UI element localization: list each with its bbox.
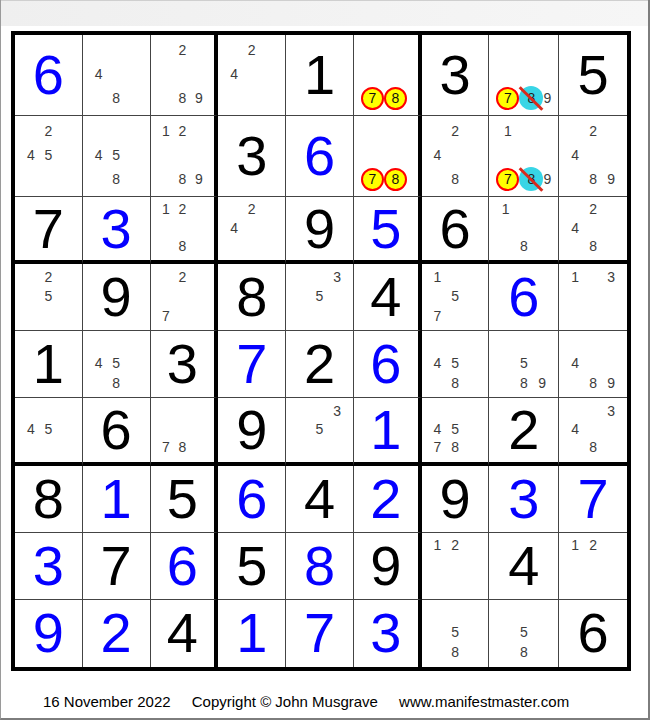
sudoku-grid: 6482892417837895245458128936782481789248… [11, 31, 631, 671]
candidate: 2 [589, 538, 597, 552]
pencil-slot-8 [40, 167, 58, 191]
candidate: 9 [195, 172, 203, 186]
pencil-marks: 458 [422, 331, 489, 397]
pencil-slot-1 [496, 334, 514, 353]
pencil-slot-7 [90, 86, 108, 110]
given-digit: 4 [370, 269, 401, 325]
solved-digit: 6 [370, 336, 401, 392]
cell-r4c8[interactable]: 6 [489, 264, 559, 331]
pencil-slot-4 [158, 287, 175, 306]
pencil-slot-5: 5 [446, 623, 464, 643]
footer: 16 November 2022 Copyright © John Musgra… [43, 693, 648, 710]
pencil-slot-4: 4 [566, 354, 584, 373]
candidate: 8 [520, 239, 528, 253]
pencil-slot-6 [191, 287, 208, 306]
footer-date: 16 November 2022 [43, 693, 171, 710]
pencil-slot-3 [464, 334, 482, 353]
cell-r3c4[interactable]: 24 [218, 197, 286, 264]
pencil-slot-8: 8 [584, 373, 602, 392]
candidate: 4 [95, 67, 103, 81]
pencil-slot-8: 8 [515, 642, 533, 662]
pencil-slot-6 [533, 218, 551, 236]
pencil-slot-4 [429, 623, 447, 643]
cell-r1c2[interactable]: 48 [83, 35, 151, 116]
candidate: 8 [179, 440, 187, 454]
cell-r7c8[interactable]: 3 [489, 466, 559, 533]
pencil-slot-8 [584, 574, 602, 593]
pencil-slot-7 [566, 306, 584, 325]
pencil-slot-9 [602, 574, 620, 593]
candidate: 7 [162, 309, 170, 323]
cell-r3c6[interactable]: 5 [354, 197, 422, 264]
candidate: 3 [333, 270, 341, 284]
pencil-slot-6 [125, 143, 143, 167]
pencil-marks: 45 [15, 398, 82, 461]
pencil-slot-9 [407, 167, 411, 191]
cell-r5c4[interactable]: 7 [218, 331, 286, 398]
cell-r7c3[interactable]: 5 [151, 466, 219, 533]
pencil-slot-8 [40, 438, 58, 456]
pencil-slot-6 [464, 555, 482, 574]
pencil-slot-1 [429, 119, 447, 143]
pencil-marks: 1789 [489, 116, 558, 196]
cell-r6c2[interactable]: 6 [83, 398, 151, 465]
candidate: 5 [316, 422, 324, 436]
pencil-slot-3: 3 [602, 401, 620, 419]
pencil-slot-4 [496, 623, 514, 643]
cell-r5c5[interactable]: 2 [286, 331, 354, 398]
pencil-slot-8: 8 [384, 86, 407, 110]
pencil-slot-5 [515, 218, 533, 236]
cell-r1c7[interactable]: 3 [422, 35, 490, 116]
pencil-slot-9 [261, 237, 279, 255]
pencil-slot-5 [174, 143, 191, 167]
cell-r7c4[interactable]: 6 [218, 466, 286, 533]
pencil-slot-9 [57, 306, 75, 325]
given-digit: 7 [33, 201, 64, 257]
cell-r8c7[interactable]: 12 [422, 533, 490, 600]
cell-r7c1[interactable]: 8 [15, 466, 83, 533]
cell-r7c9[interactable]: 7 [559, 466, 627, 533]
pencil-marks: 35 [286, 398, 353, 461]
candidate: 8 [179, 172, 187, 186]
candidate: 8 [520, 376, 528, 390]
pencil-slot-6 [602, 287, 620, 306]
pencil-slot-1 [361, 38, 384, 62]
pencil-slot-5 [584, 354, 602, 373]
candidate: 7 [162, 440, 170, 454]
pencil-slot-5 [584, 287, 602, 306]
pencil-slot-5 [243, 62, 261, 86]
pencil-slot-5 [174, 62, 191, 86]
cell-r8c2[interactable]: 7 [83, 533, 151, 600]
pencil-slot-1: 1 [566, 267, 584, 286]
candidate: 5 [520, 625, 528, 639]
cell-r9c2[interactable]: 2 [83, 600, 151, 667]
cell-r3c8[interactable]: 18 [489, 197, 559, 264]
candidate: 1 [434, 538, 442, 552]
cell-r6c9[interactable]: 348 [559, 398, 627, 465]
cell-r1c6[interactable]: 78 [354, 35, 422, 116]
given-digit: 1 [304, 47, 335, 103]
pencil-slot-8: 8 [107, 167, 125, 191]
candidate-highlight-circle: 8 [384, 87, 407, 110]
pencil-slot-3 [464, 603, 482, 623]
pencil-slot-1 [225, 200, 243, 218]
pencil-slot-9 [464, 574, 482, 593]
pencil-slot-7 [90, 167, 108, 191]
pencil-slot-4 [361, 62, 384, 86]
pencil-slot-6 [57, 143, 75, 167]
candidate: 9 [543, 91, 551, 105]
cell-r6c8[interactable]: 2 [489, 398, 559, 465]
pencil-marks: 589 [489, 331, 558, 397]
candidate: 2 [44, 124, 52, 138]
cell-r8c1[interactable]: 3 [15, 533, 83, 600]
cell-r3c3[interactable]: 128 [151, 197, 219, 264]
pencil-slot-4 [293, 420, 311, 438]
cell-r3c5[interactable]: 9 [286, 197, 354, 264]
pencil-slot-9 [261, 86, 279, 110]
pencil-slot-3 [533, 334, 551, 353]
pencil-slot-4: 4 [90, 62, 108, 86]
pencil-slot-7: 7 [158, 306, 175, 325]
pencil-slot-6 [407, 62, 411, 86]
given-digit: 6 [439, 201, 470, 257]
pencil-slot-4 [496, 354, 514, 373]
candidate: 2 [179, 43, 187, 57]
candidate: 4 [27, 422, 35, 436]
candidate: 4 [230, 67, 238, 81]
pencil-slot-3 [543, 38, 551, 62]
cell-r9c1[interactable]: 9 [15, 600, 83, 667]
pencil-slot-5: 5 [107, 143, 125, 167]
pencil-slot-9 [328, 438, 346, 456]
cell-r9c7[interactable]: 58 [422, 600, 490, 667]
cell-r4c6[interactable]: 4 [354, 264, 422, 331]
cell-r9c3[interactable]: 4 [151, 600, 219, 667]
pencil-slot-6 [602, 354, 620, 373]
cell-r8c4[interactable]: 5 [218, 533, 286, 600]
pencil-slot-2: 2 [40, 119, 58, 143]
pencil-slot-7 [566, 237, 584, 255]
candidate: 4 [571, 356, 579, 370]
pencil-slot-7 [496, 237, 514, 255]
pencil-slot-9 [602, 438, 620, 456]
pencil-marks: 245 [15, 116, 82, 196]
pencil-slot-4 [361, 143, 384, 167]
candidate: 8 [451, 376, 459, 390]
pencil-slot-8 [311, 438, 329, 456]
candidate: 2 [248, 43, 256, 57]
pencil-slot-3 [464, 119, 482, 143]
candidate: 1 [434, 270, 442, 284]
cell-r5c7[interactable]: 458 [422, 331, 490, 398]
candidate: 4 [27, 148, 35, 162]
solved-digit: 6 [236, 471, 267, 527]
pencil-slot-7 [429, 373, 447, 392]
cell-r2c3[interactable]: 1289 [151, 116, 219, 197]
pencil-slot-1 [158, 401, 175, 419]
pencil-slot-4: 4 [429, 420, 447, 438]
pencil-slot-2: 2 [40, 267, 58, 286]
pencil-slot-9 [464, 642, 482, 662]
cell-r7c7[interactable]: 9 [422, 466, 490, 533]
candidate: 2 [248, 202, 256, 216]
pencil-slot-1 [158, 267, 175, 286]
cell-r9c6[interactable]: 3 [354, 600, 422, 667]
candidate: 5 [451, 625, 459, 639]
pencil-slot-8: 8 [584, 438, 602, 456]
pencil-slot-5 [107, 62, 125, 86]
pencil-slot-2 [446, 267, 464, 286]
pencil-slot-6 [57, 287, 75, 306]
candidate: 8 [589, 172, 597, 186]
cell-r5c3[interactable]: 3 [151, 331, 219, 398]
cell-r8c5[interactable]: 8 [286, 533, 354, 600]
pencil-slot-7 [293, 306, 311, 325]
given-digit: 6 [101, 402, 132, 458]
cell-r2c1[interactable]: 245 [15, 116, 83, 197]
candidate: 8 [451, 645, 459, 659]
pencil-slot-2 [519, 119, 543, 143]
candidate: 5 [44, 289, 52, 303]
pencil-slot-2 [107, 119, 125, 143]
solved-digit: 9 [33, 605, 64, 661]
given-digit: 5 [578, 47, 609, 103]
pencil-slot-6 [191, 420, 208, 438]
candidate: 5 [316, 289, 324, 303]
cell-r8c8[interactable]: 4 [489, 533, 559, 600]
cell-r2c5[interactable]: 6 [286, 116, 354, 197]
cell-r6c6[interactable]: 1 [354, 398, 422, 465]
candidate: 2 [451, 538, 459, 552]
pencil-slot-8 [243, 86, 261, 110]
pencil-slot-2: 2 [584, 119, 602, 143]
cell-r1c5[interactable]: 1 [286, 35, 354, 116]
pencil-slot-8: 8 [174, 167, 191, 191]
cell-r7c5[interactable]: 4 [286, 466, 354, 533]
cell-r2c8[interactable]: 1789 [489, 116, 559, 197]
pencil-slot-8: 8 [174, 438, 191, 456]
pencil-slot-9 [533, 237, 551, 255]
pencil-marks: 12 [559, 533, 627, 599]
cell-r7c6[interactable]: 2 [354, 466, 422, 533]
pencil-slot-6 [191, 143, 208, 167]
pencil-marks: 25 [15, 264, 82, 330]
given-digit: 3 [439, 47, 470, 103]
pencil-slot-6 [602, 555, 620, 574]
cell-r3c2[interactable]: 3 [83, 197, 151, 264]
pencil-slot-7 [90, 373, 108, 392]
solved-digit: 1 [236, 605, 267, 661]
pencil-slot-7 [566, 167, 584, 191]
candidate: 7 [434, 440, 442, 454]
given-digit: 6 [578, 605, 609, 661]
pencil-marks: 157 [422, 264, 489, 330]
pencil-slot-5: 5 [311, 420, 329, 438]
candidate: 4 [571, 422, 579, 436]
pencil-slot-7 [496, 642, 514, 662]
pencil-slot-4 [158, 218, 175, 236]
cell-r5c6[interactable]: 6 [354, 331, 422, 398]
pencil-slot-1 [90, 119, 108, 143]
pencil-slot-9 [191, 237, 208, 255]
pencil-marks: 12 [422, 533, 489, 599]
cell-r4c5[interactable]: 35 [286, 264, 354, 331]
cell-r4c9[interactable]: 13 [559, 264, 627, 331]
pencil-slot-9 [57, 438, 75, 456]
pencil-slot-5 [384, 62, 407, 86]
pencil-slot-7 [158, 167, 175, 191]
pencil-slot-5 [446, 555, 464, 574]
pencil-slot-1 [225, 38, 243, 62]
cell-r2c4[interactable]: 3 [218, 116, 286, 197]
cell-r1c3[interactable]: 289 [151, 35, 219, 116]
candidate: 8 [451, 440, 459, 454]
cell-r1c8[interactable]: 789 [489, 35, 559, 116]
pencil-slot-2: 2 [446, 536, 464, 555]
pencil-slot-5: 5 [40, 420, 58, 438]
cell-r2c7[interactable]: 248 [422, 116, 490, 197]
pencil-slot-6 [125, 354, 143, 373]
candidate: 5 [520, 356, 528, 370]
candidate: 2 [179, 124, 187, 138]
candidate: 4 [434, 356, 442, 370]
cell-r5c8[interactable]: 589 [489, 331, 559, 398]
cell-r3c7[interactable]: 6 [422, 197, 490, 264]
pencil-marks: 128 [151, 197, 215, 260]
pencil-slot-1: 1 [496, 200, 514, 218]
pencil-slot-9: 9 [191, 86, 208, 110]
candidate: 8 [112, 91, 120, 105]
pencil-slot-5: 5 [311, 287, 329, 306]
cell-r5c1[interactable]: 1 [15, 331, 83, 398]
pencil-slot-8 [446, 306, 464, 325]
candidate: 8 [179, 91, 187, 105]
cell-r4c4[interactable]: 8 [218, 264, 286, 331]
cell-r8c9[interactable]: 12 [559, 533, 627, 600]
pencil-slot-9 [125, 167, 143, 191]
cell-r4c2[interactable]: 9 [83, 264, 151, 331]
pencil-slot-3 [602, 119, 620, 143]
cell-r1c1[interactable]: 6 [15, 35, 83, 116]
cell-r4c7[interactable]: 157 [422, 264, 490, 331]
pencil-slot-8 [243, 237, 261, 255]
pencil-slot-3 [533, 200, 551, 218]
candidate: 2 [179, 202, 187, 216]
cell-r8c6[interactable]: 9 [354, 533, 422, 600]
candidate: 1 [162, 202, 170, 216]
pencil-slot-2: 2 [584, 200, 602, 218]
pencil-slot-3 [125, 334, 143, 353]
candidate: 8 [589, 239, 597, 253]
pencil-slot-5 [174, 218, 191, 236]
pencil-slot-4 [158, 420, 175, 438]
cell-r9c8[interactable]: 58 [489, 600, 559, 667]
pencil-slot-5 [584, 555, 602, 574]
cell-r3c1[interactable]: 7 [15, 197, 83, 264]
cell-r6c4[interactable]: 9 [218, 398, 286, 465]
pencil-slot-3 [57, 267, 75, 286]
pencil-slot-7 [158, 237, 175, 255]
pencil-slot-3 [191, 267, 208, 286]
candidate: 5 [451, 422, 459, 436]
pencil-slot-2 [446, 603, 464, 623]
candidate: 3 [607, 404, 615, 418]
pencil-slot-9: 9 [602, 167, 620, 191]
given-digit: 9 [236, 402, 267, 458]
candidate: 5 [451, 289, 459, 303]
pencil-slot-2 [40, 401, 58, 419]
cell-r4c1[interactable]: 25 [15, 264, 83, 331]
pencil-slot-5 [446, 143, 464, 167]
pencil-slot-8: 8 [384, 167, 407, 191]
cell-r4c3[interactable]: 27 [151, 264, 219, 331]
cell-r6c7[interactable]: 4578 [422, 398, 490, 465]
pencil-slot-7 [22, 438, 40, 456]
cell-r5c9[interactable]: 489 [559, 331, 627, 398]
cell-r6c1[interactable]: 45 [15, 398, 83, 465]
footer-copyright: Copyright © John Musgrave [192, 693, 378, 710]
given-digit: 3 [236, 128, 267, 184]
cell-r7c2[interactable]: 1 [83, 466, 151, 533]
cell-r6c5[interactable]: 35 [286, 398, 354, 465]
pencil-slot-2: 2 [446, 119, 464, 143]
pencil-slot-7: 7 [496, 86, 519, 110]
pencil-slot-2: 2 [174, 119, 191, 143]
cell-r9c5[interactable]: 7 [286, 600, 354, 667]
pencil-slot-7 [22, 167, 40, 191]
pencil-slot-8: 8 [446, 167, 464, 191]
cell-r9c4[interactable]: 1 [218, 600, 286, 667]
pencil-marks: 58 [489, 600, 558, 667]
cell-r3c9[interactable]: 248 [559, 197, 627, 264]
solved-digit: 5 [370, 201, 401, 257]
page: 6482892417837895245458128936782481789248… [0, 0, 650, 720]
pencil-slot-1 [361, 119, 384, 143]
board-area: 6482892417837895245458128936782481789248… [11, 31, 648, 671]
cell-r2c9[interactable]: 2489 [559, 116, 627, 197]
pencil-slot-8: 8 [446, 438, 464, 456]
pencil-slot-4 [429, 287, 447, 306]
solved-digit: 3 [33, 538, 64, 594]
candidate: 4 [95, 148, 103, 162]
pencil-slot-5 [519, 143, 543, 167]
pencil-slot-2: 2 [243, 200, 261, 218]
pencil-slot-9 [125, 86, 143, 110]
pencil-slot-3 [464, 401, 482, 419]
pencil-slot-4: 4 [90, 354, 108, 373]
cell-r1c4[interactable]: 24 [218, 35, 286, 116]
pencil-slot-8: 8 [515, 373, 533, 392]
cell-r2c6[interactable]: 78 [354, 116, 422, 197]
cell-r8c3[interactable]: 6 [151, 533, 219, 600]
cell-r5c2[interactable]: 458 [83, 331, 151, 398]
pencil-slot-1 [429, 334, 447, 353]
cell-r1c9[interactable]: 5 [559, 35, 627, 116]
given-digit: 1 [33, 336, 64, 392]
solved-digit: 6 [508, 269, 539, 325]
cell-r9c9[interactable]: 6 [559, 600, 627, 667]
pencil-slot-1 [22, 401, 40, 419]
pencil-marks: 789 [489, 35, 558, 115]
pencil-slot-5 [519, 62, 543, 86]
pencil-slot-6 [328, 287, 346, 306]
cell-r2c2[interactable]: 458 [83, 116, 151, 197]
pencil-slot-2: 2 [174, 200, 191, 218]
cell-r6c3[interactable]: 78 [151, 398, 219, 465]
